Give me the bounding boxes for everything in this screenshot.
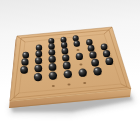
marble-highlight (74, 37, 76, 38)
marble-highlight (24, 53, 26, 54)
marble[interactable] (34, 64, 42, 72)
marble[interactable] (49, 71, 57, 79)
marble-highlight (62, 43, 64, 44)
marble-highlight (104, 51, 106, 52)
marble-highlight (64, 63, 66, 64)
marble[interactable] (36, 44, 42, 50)
empty-hole[interactable] (83, 82, 86, 84)
marble[interactable] (49, 56, 56, 63)
marble-highlight (64, 56, 66, 57)
marble-highlight (37, 52, 39, 53)
marble[interactable] (34, 73, 42, 81)
marble[interactable] (48, 43, 54, 49)
marble[interactable] (86, 39, 92, 45)
marble-highlight (36, 66, 38, 67)
empty-hole[interactable] (52, 85, 55, 87)
marble-highlight (102, 45, 104, 46)
marble-highlight (23, 60, 25, 61)
marble[interactable] (103, 50, 110, 57)
marble[interactable] (20, 66, 28, 74)
marble[interactable] (48, 49, 55, 56)
marble-highlight (93, 60, 95, 61)
marble-highlight (65, 72, 67, 73)
marble-highlight (50, 65, 52, 66)
marble-highlight (50, 44, 52, 45)
marble[interactable] (63, 62, 71, 70)
marble[interactable] (35, 57, 42, 64)
marble[interactable] (101, 43, 108, 50)
marble-highlight (50, 50, 52, 51)
marble[interactable] (105, 57, 113, 65)
marble-highlight (77, 54, 79, 55)
marble[interactable] (62, 48, 69, 55)
marble[interactable] (73, 35, 79, 41)
marble[interactable] (49, 63, 57, 71)
marble-highlight (95, 69, 97, 70)
marble[interactable] (91, 59, 99, 67)
marble-highlight (36, 75, 38, 76)
marble[interactable] (74, 40, 80, 46)
marble-highlight (107, 59, 109, 60)
marble[interactable] (79, 69, 87, 77)
marble[interactable] (93, 67, 101, 75)
marble[interactable] (64, 70, 72, 78)
marble-highlight (36, 58, 38, 59)
marble[interactable] (21, 58, 28, 65)
marble-highlight (91, 53, 93, 54)
product-photo (0, 0, 140, 140)
marble[interactable] (62, 54, 69, 61)
marble[interactable] (76, 53, 83, 60)
marble-highlight (87, 40, 89, 41)
marble-highlight (80, 70, 82, 71)
solitaire-board-photo (0, 0, 140, 140)
marble[interactable] (88, 45, 95, 52)
marble-highlight (50, 39, 52, 40)
empty-hole[interactable] (79, 63, 82, 65)
marble-highlight (22, 67, 24, 68)
marble-highlight (75, 42, 77, 43)
marble-highlight (62, 38, 64, 39)
marble-highlight (89, 46, 91, 47)
empty-hole[interactable] (76, 49, 79, 51)
marble[interactable] (48, 38, 54, 44)
marble-highlight (63, 49, 65, 50)
marble-highlight (50, 57, 52, 58)
marble[interactable] (35, 50, 42, 57)
marble[interactable] (61, 42, 67, 48)
marble[interactable] (22, 52, 29, 59)
marble-highlight (37, 46, 39, 47)
empty-hole[interactable] (68, 83, 71, 85)
marble[interactable] (61, 37, 67, 43)
marble[interactable] (89, 51, 96, 58)
marble-highlight (50, 73, 52, 74)
